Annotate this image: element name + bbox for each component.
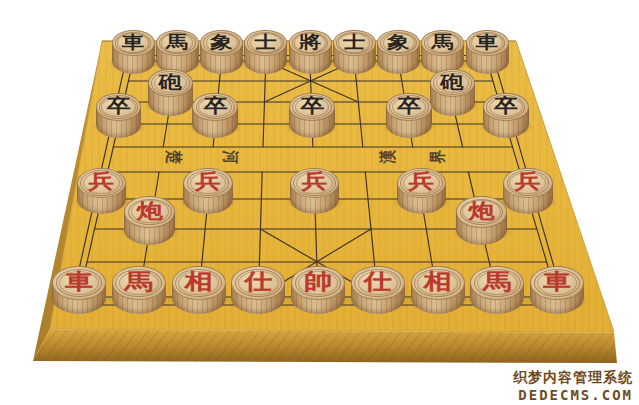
piece-character: 將 (299, 33, 321, 50)
piece-top-face: 砲 (430, 69, 475, 97)
piece-character: 砲 (441, 73, 464, 91)
piece-character: 車 (122, 33, 144, 50)
piece-character: 車 (543, 271, 571, 293)
piece-black-soldier[interactable]: 卒 (96, 93, 142, 139)
piece-character: 象 (387, 33, 409, 50)
piece-character: 相 (184, 271, 212, 293)
piece-black-soldier[interactable]: 卒 (192, 93, 238, 139)
river-label-char: 漢 (376, 150, 399, 164)
piece-top-face: 帥 (291, 266, 345, 300)
piece-black-advisor[interactable]: 士 (333, 30, 376, 75)
watermark-line1: 织梦内容管理系统 (513, 369, 633, 387)
piece-character: 炮 (468, 201, 494, 222)
piece-top-face: 兵 (77, 168, 126, 199)
piece-character: 象 (210, 33, 232, 50)
piece-character: 卒 (203, 97, 227, 116)
piece-red-horse[interactable]: 馬 (470, 266, 524, 314)
piece-top-face: 車 (112, 30, 155, 57)
piece-top-face: 卒 (386, 93, 432, 122)
piece-character: 兵 (89, 172, 115, 192)
piece-top-face: 車 (466, 30, 509, 57)
piece-red-chariot[interactable]: 車 (52, 266, 106, 314)
piece-red-cannon[interactable]: 炮 (456, 196, 507, 245)
piece-top-face: 砲 (148, 69, 193, 97)
piece-red-advisor[interactable]: 仕 (351, 266, 405, 314)
piece-red-general[interactable]: 帥 (291, 266, 345, 314)
piece-character: 卒 (494, 97, 518, 116)
piece-character: 車 (65, 271, 93, 293)
piece-top-face: 相 (172, 266, 226, 300)
piece-black-elephant[interactable]: 象 (200, 30, 243, 75)
piece-red-elephant[interactable]: 相 (411, 266, 465, 314)
piece-character: 士 (343, 33, 365, 50)
piece-top-face: 卒 (483, 93, 529, 122)
piece-character: 炮 (137, 201, 163, 222)
piece-top-face: 將 (289, 30, 332, 57)
piece-black-elephant[interactable]: 象 (377, 30, 420, 75)
piece-top-face: 仕 (351, 266, 405, 300)
piece-black-chariot[interactable]: 車 (112, 30, 155, 75)
piece-red-soldier[interactable]: 兵 (183, 168, 232, 215)
piece-top-face: 兵 (503, 168, 552, 199)
piece-character: 仕 (244, 271, 272, 293)
piece-red-soldier[interactable]: 兵 (290, 168, 339, 215)
watermark-line2: DEDECMS.COM (513, 387, 633, 403)
piece-character: 兵 (195, 172, 221, 192)
piece-top-face: 象 (377, 30, 420, 57)
piece-red-advisor[interactable]: 仕 (231, 266, 285, 314)
piece-character: 士 (255, 33, 277, 50)
piece-black-horse[interactable]: 馬 (421, 30, 464, 75)
piece-character: 兵 (408, 172, 434, 192)
piece-top-face: 馬 (470, 266, 524, 300)
piece-character: 卒 (397, 97, 421, 116)
piece-black-soldier[interactable]: 卒 (386, 93, 432, 139)
piece-red-soldier[interactable]: 兵 (397, 168, 446, 215)
xiangqi-photo: 楚河漢界 車馬象士將士象馬車砲砲卒卒卒卒卒兵兵兵兵兵炮炮車馬相仕帥仕相馬車 织梦… (0, 0, 639, 405)
watermark: 织梦内容管理系统 DEDECMS.COM (513, 369, 633, 403)
piece-top-face: 相 (411, 266, 465, 300)
piece-top-face: 兵 (397, 168, 446, 199)
piece-top-face: 兵 (183, 168, 232, 199)
piece-character: 卒 (300, 97, 324, 116)
piece-character: 車 (476, 33, 498, 50)
piece-top-face: 仕 (231, 266, 285, 300)
piece-top-face: 馬 (112, 266, 166, 300)
piece-black-cannon[interactable]: 砲 (148, 69, 193, 116)
piece-top-face: 馬 (156, 30, 199, 57)
piece-black-cannon[interactable]: 砲 (430, 69, 475, 116)
piece-red-soldier[interactable]: 兵 (503, 168, 552, 215)
piece-character: 相 (423, 271, 451, 293)
piece-red-soldier[interactable]: 兵 (77, 168, 126, 215)
piece-top-face: 車 (52, 266, 106, 300)
piece-character: 馬 (125, 271, 153, 293)
piece-top-face: 炮 (124, 196, 175, 228)
piece-red-chariot[interactable]: 車 (530, 266, 584, 314)
piece-character: 砲 (159, 73, 182, 91)
piece-character: 馬 (483, 271, 511, 293)
river-label-char: 楚 (162, 150, 185, 164)
piece-character: 卒 (107, 97, 131, 116)
piece-red-cannon[interactable]: 炮 (124, 196, 175, 245)
river-label-char: 界 (426, 150, 449, 164)
piece-black-chariot[interactable]: 車 (466, 30, 509, 75)
piece-character: 馬 (166, 33, 188, 50)
piece-black-horse[interactable]: 馬 (156, 30, 199, 75)
river-label-char: 河 (219, 150, 242, 164)
piece-top-face: 士 (333, 30, 376, 57)
piece-character: 兵 (515, 172, 541, 192)
piece-character: 仕 (364, 271, 392, 293)
piece-black-soldier[interactable]: 卒 (289, 93, 335, 139)
piece-character: 馬 (432, 33, 454, 50)
piece-red-horse[interactable]: 馬 (112, 266, 166, 314)
piece-top-face: 炮 (456, 196, 507, 228)
piece-character: 帥 (304, 271, 332, 293)
piece-top-face: 車 (530, 266, 584, 300)
piece-black-general[interactable]: 將 (289, 30, 332, 75)
piece-character: 兵 (302, 172, 328, 192)
piece-top-face: 卒 (289, 93, 335, 122)
piece-top-face: 象 (200, 30, 243, 57)
piece-black-advisor[interactable]: 士 (244, 30, 287, 75)
piece-red-elephant[interactable]: 相 (172, 266, 226, 314)
piece-black-soldier[interactable]: 卒 (483, 93, 529, 139)
